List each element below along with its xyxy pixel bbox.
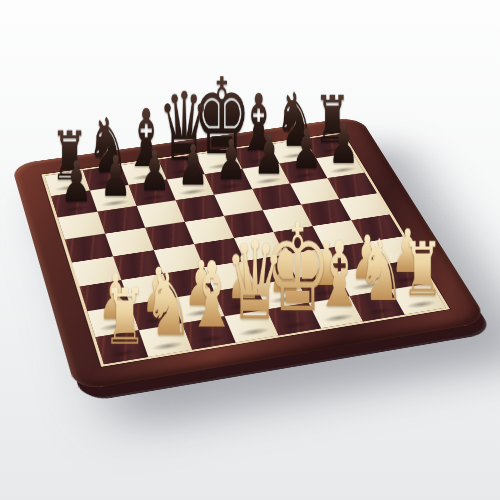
piece-black-pawn-d7: ♟ <box>177 140 208 193</box>
piece-white-rook-h1: ♜ <box>401 235 442 305</box>
chess-board-squares: ♜♞♝♛♚♝♞♜♟♟♟♟♟♟♟♟♟♟♟♟♟♟♟♟♜♞♝♛♚♝♞♜ <box>41 132 450 367</box>
piece-black-pawn-a7: ♟ <box>60 156 91 210</box>
piece-white-bishop-c1: ♝ <box>186 253 237 340</box>
piece-black-pawn-f7: ♟ <box>253 129 284 181</box>
square-b1: ♞ <box>139 323 192 357</box>
chess-board: ♜♞♝♛♚♝♞♜♟♟♟♟♟♟♟♟♟♟♟♟♟♟♟♟♜♞♝♛♚♝♞♜ <box>11 116 489 391</box>
piece-black-pawn-g7: ♟ <box>291 124 322 176</box>
piece-white-knight-b1: ♞ <box>144 264 193 347</box>
piece-black-pawn-e7: ♟ <box>215 134 246 187</box>
piece-white-rook-a1: ♜ <box>103 281 146 354</box>
piece-black-pawn-h7: ♟ <box>328 119 358 171</box>
photo-scene: ♜♞♝♛♚♝♞♜♟♟♟♟♟♟♟♟♟♟♟♟♟♟♟♟♜♞♝♛♚♝♞♜ <box>0 0 500 500</box>
board-perspective-wrapper: ♜♞♝♛♚♝♞♜♟♟♟♟♟♟♟♟♟♟♟♟♟♟♟♟♜♞♝♛♚♝♞♜ <box>0 0 500 500</box>
square-a1: ♜ <box>95 330 148 364</box>
piece-black-pawn-b7: ♟ <box>100 150 131 203</box>
piece-black-pawn-c7: ♟ <box>139 145 170 198</box>
